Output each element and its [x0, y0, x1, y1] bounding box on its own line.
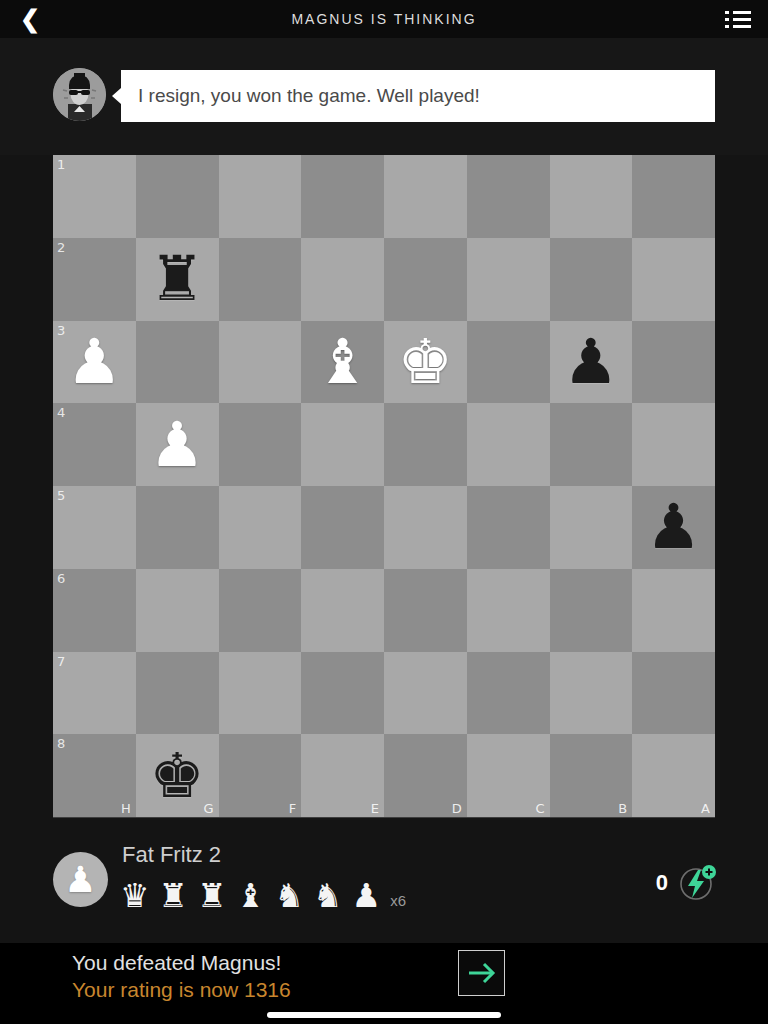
result-text: You defeated Magnus!	[72, 951, 281, 975]
rank-label-7: 7	[57, 654, 65, 669]
square-d4[interactable]	[384, 403, 467, 486]
file-label-H: H	[121, 801, 131, 816]
menu-button[interactable]	[716, 0, 760, 38]
square-g3[interactable]	[136, 321, 219, 404]
continue-button[interactable]	[458, 950, 505, 996]
square-g1[interactable]	[136, 155, 219, 238]
square-a4[interactable]	[632, 403, 715, 486]
chevron-left-icon: ❮	[20, 5, 40, 33]
material-score: 0	[656, 870, 668, 896]
file-label-C: C	[535, 801, 544, 816]
square-d7[interactable]	[384, 652, 467, 735]
white-pawn: ♟	[53, 321, 136, 404]
black-pawn: ♟	[632, 486, 715, 569]
square-c1[interactable]	[467, 155, 550, 238]
list-menu-icon	[725, 11, 751, 28]
square-c7[interactable]	[467, 652, 550, 735]
square-d8[interactable]: D	[384, 734, 467, 817]
square-b1[interactable]	[550, 155, 633, 238]
square-f1[interactable]	[219, 155, 302, 238]
rating-text: Your rating is now 1316	[72, 978, 291, 1002]
rank-label-5: 5	[57, 488, 65, 503]
captured-pieces-tray: ♛♜♜♝♞♞♟x6	[120, 868, 406, 912]
square-h8[interactable]: 8H	[53, 734, 136, 817]
white-pawn-avatar-icon: ♟	[64, 862, 96, 898]
home-indicator[interactable]	[267, 1012, 501, 1018]
square-h3[interactable]: 3♟	[53, 321, 136, 404]
back-button[interactable]: ❮	[10, 0, 50, 38]
captured-white-rook: ♜	[197, 879, 227, 912]
chess-board[interactable]: 12♜3♟♝♚♟4♟5♟678HG♚FEDCBA	[53, 155, 715, 818]
square-a5[interactable]: ♟	[632, 486, 715, 569]
top-bar: ❮ MAGNUS IS THINKING	[0, 0, 768, 38]
result-banner: You defeated Magnus! Your rating is now …	[0, 943, 768, 1024]
lightning-plus-icon	[676, 860, 720, 904]
square-h7[interactable]: 7	[53, 652, 136, 735]
rank-label-2: 2	[57, 240, 65, 255]
square-c2[interactable]	[467, 238, 550, 321]
captured-white-knight: ♞	[313, 879, 343, 912]
square-a1[interactable]	[632, 155, 715, 238]
captured-white-rook: ♜	[159, 879, 189, 912]
rank-label-6: 6	[57, 571, 65, 586]
square-a6[interactable]	[632, 569, 715, 652]
white-bishop: ♝	[301, 321, 384, 404]
square-f7[interactable]	[219, 652, 302, 735]
square-h4[interactable]: 4	[53, 403, 136, 486]
file-label-G: G	[203, 801, 213, 816]
chat-strip: I resign, you won the game. Well played!	[0, 38, 768, 155]
file-label-E: E	[371, 801, 379, 816]
app-screen: ❮ MAGNUS IS THINKING	[0, 0, 768, 1024]
square-e5[interactable]	[301, 486, 384, 569]
square-d6[interactable]	[384, 569, 467, 652]
square-h1[interactable]: 1	[53, 155, 136, 238]
square-e7[interactable]	[301, 652, 384, 735]
file-label-B: B	[618, 801, 627, 816]
square-a8[interactable]: A	[632, 734, 715, 817]
black-rook: ♜	[136, 238, 219, 321]
square-f5[interactable]	[219, 486, 302, 569]
white-pawn: ♟	[136, 403, 219, 486]
square-c6[interactable]	[467, 569, 550, 652]
speech-bubble: I resign, you won the game. Well played!	[121, 70, 715, 122]
square-g7[interactable]	[136, 652, 219, 735]
file-label-A: A	[701, 801, 710, 816]
magnus-avatar-art	[53, 68, 106, 121]
rank-label-8: 8	[57, 736, 65, 751]
boost-button[interactable]	[676, 860, 720, 904]
magnus-avatar	[53, 68, 106, 121]
square-f8[interactable]: F	[219, 734, 302, 817]
square-a2[interactable]	[632, 238, 715, 321]
square-f3[interactable]	[219, 321, 302, 404]
square-d5[interactable]	[384, 486, 467, 569]
pawn-multiplier: x6	[390, 892, 406, 912]
square-f4[interactable]	[219, 403, 302, 486]
magnus-message: I resign, you won the game. Well played!	[121, 85, 480, 107]
square-g2[interactable]: ♜	[136, 238, 219, 321]
rank-label-4: 4	[57, 405, 65, 420]
square-e4[interactable]	[301, 403, 384, 486]
square-g5[interactable]	[136, 486, 219, 569]
page-title: MAGNUS IS THINKING	[291, 11, 476, 27]
square-g6[interactable]	[136, 569, 219, 652]
square-b6[interactable]	[550, 569, 633, 652]
player-bar: ♟ Fat Fritz 2 ♛♜♜♝♞♞♟x6 0	[0, 818, 768, 943]
square-g8[interactable]: G♚	[136, 734, 219, 817]
player-avatar: ♟	[53, 852, 108, 907]
square-d2[interactable]	[384, 238, 467, 321]
square-b2[interactable]	[550, 238, 633, 321]
square-e3[interactable]: ♝	[301, 321, 384, 404]
square-c5[interactable]	[467, 486, 550, 569]
rank-label-3: 3	[57, 323, 65, 338]
file-label-D: D	[452, 801, 462, 816]
square-f2[interactable]	[219, 238, 302, 321]
square-d1[interactable]	[384, 155, 467, 238]
player-name: Fat Fritz 2	[122, 842, 221, 868]
captured-white-knight: ♞	[274, 879, 304, 912]
captured-white-pawn: ♟	[352, 879, 382, 912]
square-h6[interactable]: 6	[53, 569, 136, 652]
square-c4[interactable]	[467, 403, 550, 486]
square-c3[interactable]	[467, 321, 550, 404]
white-king: ♚	[384, 321, 467, 404]
square-g4[interactable]: ♟	[136, 403, 219, 486]
rank-label-1: 1	[57, 157, 65, 172]
black-pawn: ♟	[550, 321, 633, 404]
square-b3[interactable]: ♟	[550, 321, 633, 404]
square-f6[interactable]	[219, 569, 302, 652]
square-e6[interactable]	[301, 569, 384, 652]
square-e2[interactable]	[301, 238, 384, 321]
speech-bubble-tail	[112, 88, 121, 104]
square-d3[interactable]: ♚	[384, 321, 467, 404]
square-b4[interactable]	[550, 403, 633, 486]
square-c8[interactable]: C	[467, 734, 550, 817]
square-e8[interactable]: E	[301, 734, 384, 817]
captured-white-queen: ♛	[120, 879, 150, 912]
file-label-F: F	[289, 801, 296, 816]
square-b7[interactable]	[550, 652, 633, 735]
square-h5[interactable]: 5	[53, 486, 136, 569]
square-h2[interactable]: 2	[53, 238, 136, 321]
square-b8[interactable]: B	[550, 734, 633, 817]
square-b5[interactable]	[550, 486, 633, 569]
square-a7[interactable]	[632, 652, 715, 735]
square-a3[interactable]	[632, 321, 715, 404]
captured-white-bishop: ♝	[236, 879, 266, 912]
arrow-right-icon	[467, 961, 497, 985]
square-e1[interactable]	[301, 155, 384, 238]
